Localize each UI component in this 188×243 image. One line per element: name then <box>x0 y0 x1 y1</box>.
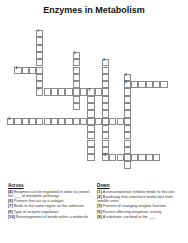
grid-cell[interactable] <box>124 110 131 117</box>
grid-cell[interactable] <box>44 88 51 95</box>
grid-cell[interactable] <box>29 67 36 74</box>
grid-cell[interactable] <box>146 81 153 88</box>
grid-cell[interactable] <box>36 118 43 125</box>
down-clues: Down [1] A noncompetitive inhibitor bind… <box>94 183 188 220</box>
clue-item: [4] Enzymes can be regulated in order to… <box>8 190 91 199</box>
grid-cell[interactable] <box>65 88 72 95</box>
crossword-worksheet: { "game": "crossword", "title": "Enzymes… <box>0 0 188 243</box>
grid-cell[interactable] <box>22 118 29 125</box>
grid-cell[interactable] <box>51 88 58 95</box>
grid-cell[interactable]: 5 <box>124 74 131 81</box>
grid-cell[interactable] <box>87 154 94 161</box>
grid-cell[interactable] <box>102 125 109 132</box>
grid-cell[interactable] <box>102 110 109 117</box>
grid-cell[interactable] <box>124 125 131 132</box>
grid-cell[interactable] <box>95 88 102 95</box>
grid-cell[interactable] <box>153 154 160 161</box>
grid-cell[interactable] <box>65 118 72 125</box>
grid-cell[interactable] <box>51 118 58 125</box>
grid-cell[interactable] <box>102 88 109 95</box>
grid-cell[interactable] <box>36 74 43 81</box>
grid-cell[interactable] <box>22 67 29 74</box>
clue-item: [1] A noncompetitive inhibitor binds to … <box>97 190 186 195</box>
grid-cell[interactable] <box>102 103 109 110</box>
grid-cell[interactable] <box>102 147 109 154</box>
grid-cell[interactable] <box>36 59 43 66</box>
grid-cell[interactable]: 9 <box>7 118 14 125</box>
down-clue-list: [1] A noncompetitive inhibitor binds to … <box>97 190 186 220</box>
clue-number: [10] <box>8 215 16 219</box>
grid-cell[interactable] <box>117 154 124 161</box>
grid-cell[interactable] <box>87 118 94 125</box>
grid-cell[interactable]: 7 <box>36 88 43 95</box>
clue-number: [5] <box>97 210 103 214</box>
grid-cell[interactable] <box>124 132 131 139</box>
grid-cell[interactable] <box>124 88 131 95</box>
clue-section: Across [4] Enzymes can be regulated in o… <box>0 183 188 220</box>
grid-cell[interactable] <box>102 132 109 139</box>
across-clues: Across [4] Enzymes can be regulated in o… <box>0 183 94 220</box>
grid-cell[interactable] <box>146 154 153 161</box>
grid-cell[interactable] <box>124 154 131 161</box>
clue-number: [1] <box>97 190 103 194</box>
grid-cell[interactable]: 10 <box>102 154 109 161</box>
across-heading: Across <box>8 183 91 188</box>
clue-item: [10] Rearrangement of bonds within a mol… <box>8 215 91 220</box>
grid-cell[interactable] <box>73 118 80 125</box>
grid-cell[interactable] <box>124 161 131 168</box>
grid-cell[interactable] <box>102 81 109 88</box>
grid-cell[interactable]: 3 <box>102 59 109 66</box>
grid-cell[interactable] <box>131 154 138 161</box>
cell-number: 5 <box>125 75 126 78</box>
page-title: Enzymes in Metabolism <box>0 5 188 15</box>
down-heading: Down <box>97 183 186 188</box>
clue-item: [6] Proteins that act as a catalyst <box>8 199 91 204</box>
grid-cell[interactable]: 4 <box>14 67 21 74</box>
grid-cell[interactable] <box>102 140 109 147</box>
grid-cell[interactable]: 6 <box>124 81 131 88</box>
grid-cell[interactable] <box>124 103 131 110</box>
grid-cell[interactable] <box>87 110 94 117</box>
grid-cell[interactable] <box>102 96 109 103</box>
clue-number: [8] <box>97 215 103 219</box>
grid-cell[interactable]: 1 <box>36 30 43 37</box>
grid-cell[interactable] <box>36 67 43 74</box>
cell-number: 4 <box>16 68 17 71</box>
grid-cell[interactable]: 2 <box>73 52 80 59</box>
clue-number: [9] <box>8 210 14 214</box>
clue-item: [3] Process of changing enzyme function <box>97 204 186 209</box>
grid-cell[interactable] <box>153 81 160 88</box>
grid-cell[interactable] <box>36 45 43 52</box>
clue-item: [9] Type of enzyme regulation <box>8 210 91 215</box>
clue-number: [6] <box>8 199 14 203</box>
grid-cell[interactable] <box>160 81 167 88</box>
grid-cell[interactable] <box>87 103 94 110</box>
cell-number: 3 <box>103 60 104 63</box>
clue-item: [2] A pathway that constructs molecules … <box>97 195 186 204</box>
grid-cell[interactable] <box>73 88 80 95</box>
grid-cell[interactable] <box>87 132 94 139</box>
clue-number: [4] <box>8 190 14 194</box>
cell-number: 10 <box>103 155 106 158</box>
cell-number: 9 <box>8 119 9 122</box>
grid-cell[interactable] <box>102 67 109 74</box>
grid-cell[interactable] <box>87 140 94 147</box>
grid-cell[interactable] <box>36 52 43 59</box>
across-clue-list: [4] Enzymes can be regulated in order to… <box>8 190 91 220</box>
grid-cell[interactable] <box>36 37 43 44</box>
grid-cell[interactable] <box>80 118 87 125</box>
grid-cell[interactable] <box>29 118 36 125</box>
grid-cell[interactable] <box>73 96 80 103</box>
grid-cell[interactable] <box>73 59 80 66</box>
cell-number: 7 <box>38 90 39 93</box>
grid-cell[interactable] <box>109 118 116 125</box>
grid-cell[interactable] <box>124 118 131 125</box>
grid-cell[interactable] <box>117 118 124 125</box>
clue-number: [2] <box>97 195 103 199</box>
grid-cell[interactable]: 8 <box>87 88 94 95</box>
grid-cell[interactable] <box>124 96 131 103</box>
grid-cell[interactable] <box>44 118 51 125</box>
grid-cell[interactable] <box>87 125 94 132</box>
grid-cell[interactable] <box>102 74 109 81</box>
grid-cell[interactable] <box>36 81 43 88</box>
grid-cell[interactable] <box>80 88 87 95</box>
clue-number: [3] <box>97 204 103 208</box>
cell-number: 2 <box>74 53 75 56</box>
clue-item: [7] Binds to the same region as the subs… <box>8 204 91 209</box>
grid-cell[interactable] <box>102 118 109 125</box>
grid-cell[interactable] <box>73 67 80 74</box>
grid-cell[interactable] <box>138 154 145 161</box>
clue-item: [8] A substrate can bind to the ___ <box>97 215 186 220</box>
grid-cell[interactable] <box>124 140 131 147</box>
grid-cell[interactable] <box>95 118 102 125</box>
cell-number: 1 <box>38 31 39 34</box>
grid-cell[interactable] <box>14 118 21 125</box>
clue-item: [5] Factors affecting enzymatic activity <box>97 210 186 215</box>
grid-cell[interactable] <box>124 147 131 154</box>
grid-cell[interactable] <box>87 147 94 154</box>
grid-cell[interactable] <box>58 118 65 125</box>
grid-cell[interactable] <box>138 81 145 88</box>
grid-cell[interactable] <box>73 103 80 110</box>
grid-cell[interactable] <box>109 154 116 161</box>
grid-cell[interactable] <box>73 74 80 81</box>
grid-cell[interactable] <box>131 81 138 88</box>
cell-number: 6 <box>125 82 126 85</box>
grid-cell[interactable] <box>87 96 94 103</box>
grid-cell[interactable] <box>73 81 80 88</box>
clue-number: [7] <box>8 204 14 208</box>
cell-number: 8 <box>89 90 90 93</box>
grid-cell[interactable] <box>58 88 65 95</box>
